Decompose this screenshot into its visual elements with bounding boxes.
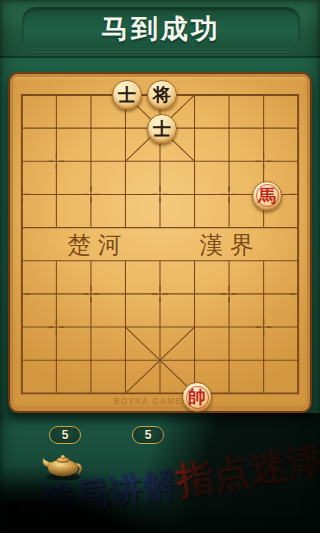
app-root: 马到成功 楚河 漢界 BOYAA GAMES 士将士馬帥 5 5 — [0, 0, 320, 533]
piece-glyph: 帥 — [188, 388, 206, 406]
promo-banner[interactable]: 残局讲解 指点迷津 — [0, 413, 320, 533]
puzzle-title: 马到成功 — [23, 8, 299, 50]
piece-glyph: 士 — [153, 120, 171, 138]
piece-士-black[interactable]: 士 — [112, 80, 142, 110]
title-bar: 马到成功 — [0, 0, 320, 58]
piece-士-black[interactable]: 士 — [147, 114, 177, 144]
piece-馬-red[interactable]: 馬 — [252, 181, 282, 211]
piece-glyph: 将 — [153, 86, 171, 104]
caption-guidance: 指点迷津 — [173, 435, 320, 508]
title-panel: 马到成功 — [22, 7, 300, 51]
piece-glyph: 士 — [118, 86, 136, 104]
board-watermark: BOYAA GAMES — [114, 396, 189, 406]
piece-glyph: 馬 — [258, 187, 276, 205]
board-panel[interactable]: 楚河 漢界 BOYAA GAMES 士将士馬帥 — [8, 72, 312, 413]
river-label-right: 漢界 — [199, 231, 260, 259]
piece-将-black[interactable]: 将 — [147, 80, 177, 110]
river-label-left: 楚河 — [67, 231, 128, 259]
footer-area: 5 5 残局讲解 指点迷津 — [0, 413, 320, 533]
